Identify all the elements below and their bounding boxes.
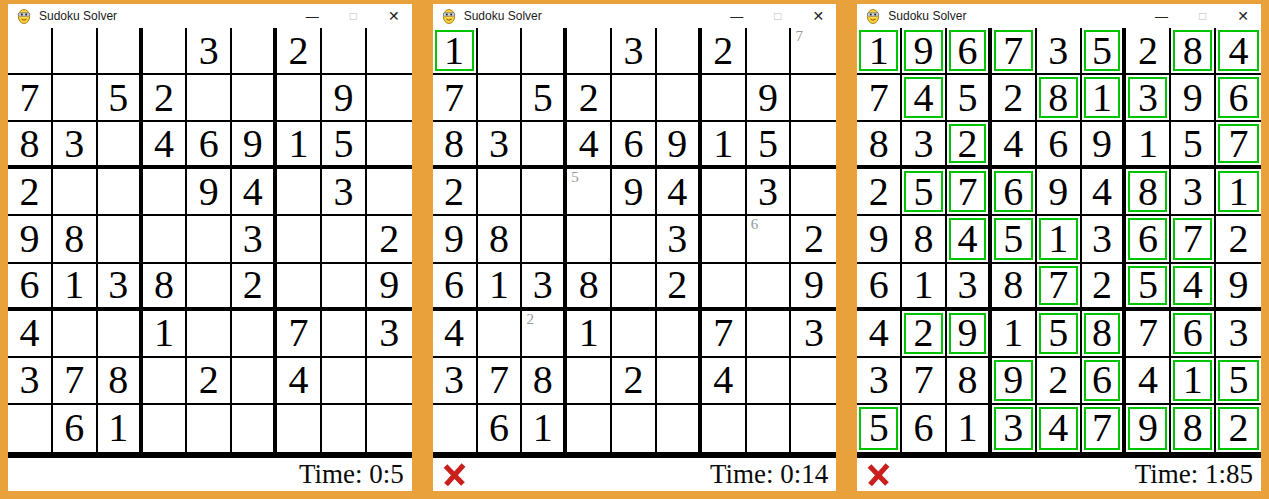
cell-r4c8[interactable]: 3	[322, 169, 367, 216]
cell-r8c3[interactable]: 8	[522, 358, 567, 405]
cell-digit: 7	[1183, 219, 1203, 259]
app-window-1: Sudoku Solver — □ ✕ 32752983469152943983…	[8, 4, 412, 491]
cell-r8c6[interactable]: 6	[1082, 358, 1127, 405]
cell-r7c8[interactable]	[747, 311, 792, 358]
cell-r8c6[interactable]	[657, 358, 702, 405]
cell-r9c3[interactable]: 1	[98, 405, 143, 452]
cell-r2c9[interactable]: 6	[1216, 75, 1261, 122]
cell-r6c3[interactable]: 3	[98, 264, 143, 311]
cell-r3c8[interactable]: 5	[747, 122, 792, 169]
cell-r6c8[interactable]	[747, 264, 792, 311]
cell-r8c7[interactable]: 4	[1126, 358, 1171, 405]
cell-r5c5[interactable]: 1	[1037, 216, 1082, 263]
cell-r5c8[interactable]: 7	[1171, 216, 1216, 263]
cell-r2c7[interactable]	[702, 75, 747, 122]
cell-digit: 2	[804, 219, 824, 259]
cell-r1c7[interactable]: 2	[1126, 28, 1171, 75]
cell-r1c4[interactable]: 7	[992, 28, 1037, 75]
cell-digit: 6	[444, 265, 464, 305]
cell-r3c2[interactable]: 3	[478, 122, 523, 169]
cell-digit: 3	[444, 360, 464, 400]
cell-r7c3[interactable]: 9	[947, 311, 992, 358]
cell-r2c6[interactable]	[657, 75, 702, 122]
cell-r7c3[interactable]	[98, 311, 143, 358]
cell-r6c2[interactable]: 1	[478, 264, 523, 311]
cell-digit: 5	[914, 172, 934, 212]
cell-r2c9[interactable]	[367, 75, 412, 122]
cell-r2c5[interactable]	[612, 75, 657, 122]
cell-r2c9[interactable]	[791, 75, 836, 122]
cell-r5c3[interactable]: 4	[947, 216, 992, 263]
cell-r2c6[interactable]	[232, 75, 277, 122]
cell-r8c8[interactable]	[322, 358, 367, 405]
cell-r2c3[interactable]: 5	[522, 75, 567, 122]
cell-r2c8[interactable]: 9	[747, 75, 792, 122]
cell-r5c2[interactable]: 8	[53, 216, 98, 263]
cell-r9c9[interactable]	[367, 405, 412, 452]
cell-r7c1[interactable]: 4	[8, 311, 53, 358]
cell-r5c5[interactable]	[612, 216, 657, 263]
cell-r9c2[interactable]: 6	[53, 405, 98, 452]
cell-r4c7[interactable]	[702, 169, 747, 216]
cell-r8c6[interactable]	[232, 358, 277, 405]
cell-r8c5[interactable]: 2	[187, 358, 232, 405]
cell-r8c1[interactable]: 3	[433, 358, 478, 405]
cell-r4c6[interactable]: 4	[232, 169, 277, 216]
cell-r6c9[interactable]: 9	[791, 264, 836, 311]
cell-r3c3[interactable]	[98, 122, 143, 169]
titlebar[interactable]: Sudoku Solver — □ ✕	[857, 4, 1261, 28]
cell-r3c8[interactable]: 5	[322, 122, 367, 169]
cell-r6c6[interactable]: 2	[1082, 264, 1127, 311]
cell-r2c4[interactable]: 2	[567, 75, 612, 122]
minimize-button[interactable]: —	[306, 10, 319, 23]
cell-r2c2[interactable]	[478, 75, 523, 122]
cell-r8c1[interactable]: 3	[8, 358, 53, 405]
cell-r5c1[interactable]: 9	[8, 216, 53, 263]
cell-r1c9[interactable]: 7	[791, 28, 836, 75]
cell-r5c1[interactable]: 9	[433, 216, 478, 263]
cell-r1c6[interactable]	[232, 28, 277, 75]
cell-r2c8[interactable]: 9	[1171, 75, 1216, 122]
cell-r4c2[interactable]	[478, 169, 523, 216]
cell-r4c4[interactable]: 5	[567, 169, 612, 216]
cell-r3c4[interactable]: 4	[143, 122, 188, 169]
cell-r1c4[interactable]	[567, 28, 612, 75]
cell-r9c7[interactable]	[277, 405, 322, 452]
cell-digit: 4	[957, 219, 977, 259]
cell-r5c4[interactable]: 5	[992, 216, 1037, 263]
cell-r4c3[interactable]	[522, 169, 567, 216]
cell-r9c5[interactable]	[187, 405, 232, 452]
cell-r1c1[interactable]	[8, 28, 53, 75]
cell-r9c8[interactable]	[322, 405, 367, 452]
cell-digit: 8	[1003, 265, 1023, 305]
cell-r2c7[interactable]: 3	[1126, 75, 1171, 122]
cell-r7c1[interactable]: 4	[433, 311, 478, 358]
cell-r5c9[interactable]: 2	[791, 216, 836, 263]
cell-r9c2[interactable]: 6	[902, 405, 947, 452]
cell-r7c7[interactable]: 7	[1126, 311, 1171, 358]
cell-r7c4[interactable]: 1	[567, 311, 612, 358]
cell-r2c1[interactable]: 7	[857, 75, 902, 122]
cell-r8c8[interactable]	[747, 358, 792, 405]
cell-r4c1[interactable]: 2	[433, 169, 478, 216]
cell-r7c7[interactable]: 7	[702, 311, 747, 358]
cell-r4c6[interactable]: 4	[1082, 169, 1127, 216]
cell-r4c8[interactable]: 3	[747, 169, 792, 216]
window-title: Sudoku Solver	[464, 9, 542, 23]
cell-r4c3[interactable]: 7	[947, 169, 992, 216]
cell-r4c7[interactable]	[277, 169, 322, 216]
cell-digit: 6	[624, 124, 644, 164]
cell-r3c7[interactable]: 1	[1126, 122, 1171, 169]
cell-r6c7[interactable]	[702, 264, 747, 311]
status-bar: Time: 0:5	[8, 458, 412, 491]
cell-digit: 6	[957, 31, 977, 71]
cell-r2c7[interactable]	[277, 75, 322, 122]
cell-digit: 3	[1003, 408, 1023, 448]
cell-r9c3[interactable]: 1	[522, 405, 567, 452]
cell-r3c3[interactable]	[522, 122, 567, 169]
cell-r9c6[interactable]	[232, 405, 277, 452]
cell-r1c6[interactable]: 5	[1082, 28, 1127, 75]
cell-r7c2[interactable]	[478, 311, 523, 358]
cell-r5c6[interactable]: 3	[657, 216, 702, 263]
cell-r8c7[interactable]: 4	[277, 358, 322, 405]
cell-digit: 6	[1003, 172, 1023, 212]
cell-digit: 3	[19, 360, 39, 400]
cell-r5c7[interactable]	[277, 216, 322, 263]
cell-digit: 9	[379, 265, 399, 305]
cell-r3c1[interactable]: 8	[433, 122, 478, 169]
cell-r3c9[interactable]	[367, 122, 412, 169]
cell-r7c3[interactable]: 2	[522, 311, 567, 358]
cell-digit: 3	[1229, 313, 1249, 353]
cell-r5c7[interactable]	[702, 216, 747, 263]
cell-r4c4[interactable]	[143, 169, 188, 216]
cell-r1c3[interactable]: 6	[947, 28, 992, 75]
cell-r1c2[interactable]	[53, 28, 98, 75]
cell-r8c2[interactable]: 7	[478, 358, 523, 405]
cell-digit: 9	[804, 265, 824, 305]
cell-r6c1[interactable]: 6	[433, 264, 478, 311]
cell-r2c1[interactable]: 7	[433, 75, 478, 122]
cell-r4c3[interactable]	[98, 169, 143, 216]
close-button[interactable]: ✕	[1237, 9, 1249, 23]
cell-digit: 5	[1183, 124, 1203, 164]
cell-r3c3[interactable]: 2	[947, 122, 992, 169]
cell-r8c3[interactable]: 8	[98, 358, 143, 405]
cell-r7c4[interactable]: 1	[992, 311, 1037, 358]
cell-r3c6[interactable]: 9	[232, 122, 277, 169]
cell-r3c4[interactable]: 4	[567, 122, 612, 169]
cell-r6c6[interactable]: 2	[657, 264, 702, 311]
cell-r6c2[interactable]: 1	[53, 264, 98, 311]
cell-r6c1[interactable]: 6	[8, 264, 53, 311]
cell-r5c8[interactable]	[322, 216, 367, 263]
cell-r8c8[interactable]: 1	[1171, 358, 1216, 405]
cell-digit: 5	[1048, 313, 1068, 353]
cell-r9c1[interactable]: 5	[857, 405, 902, 452]
cell-r6c5[interactable]	[612, 264, 657, 311]
cell-r3c2[interactable]: 3	[53, 122, 98, 169]
cell-r5c9[interactable]: 2	[1216, 216, 1261, 263]
cell-r1c9[interactable]: 4	[1216, 28, 1261, 75]
cell-r4c2[interactable]: 5	[902, 169, 947, 216]
cell-r3c5[interactable]: 6	[612, 122, 657, 169]
cell-r2c5[interactable]: 8	[1037, 75, 1082, 122]
close-button[interactable]: ✕	[813, 9, 825, 23]
cell-r9c1[interactable]	[8, 405, 53, 452]
cell-r9c8[interactable]: 8	[1171, 405, 1216, 452]
cell-r3c6[interactable]: 9	[657, 122, 702, 169]
cell-r6c7[interactable]	[277, 264, 322, 311]
cell-r7c7[interactable]: 7	[277, 311, 322, 358]
cell-r4c9[interactable]: 1	[1216, 169, 1261, 216]
cell-r5c6[interactable]: 3	[232, 216, 277, 263]
cell-r2c4[interactable]: 2	[992, 75, 1037, 122]
cell-r5c8[interactable]: 6	[747, 216, 792, 263]
cell-r9c6[interactable]: 7	[1082, 405, 1127, 452]
cell-r1c2[interactable]	[478, 28, 523, 75]
cell-r9c6[interactable]	[657, 405, 702, 452]
cell-digit: 7	[713, 313, 733, 353]
cell-r1c1[interactable]: 1	[857, 28, 902, 75]
cell-r9c4[interactable]	[567, 405, 612, 452]
cell-r7c2[interactable]	[53, 311, 98, 358]
maximize-button[interactable]: □	[350, 10, 357, 22]
cell-r2c1[interactable]: 7	[8, 75, 53, 122]
cell-r4c9[interactable]	[791, 169, 836, 216]
cell-digit: 2	[1229, 219, 1249, 259]
cell-r7c9[interactable]: 3	[791, 311, 836, 358]
minimize-button[interactable]: —	[730, 10, 743, 23]
cell-r7c5[interactable]: 5	[1037, 311, 1082, 358]
cell-r1c3[interactable]	[98, 28, 143, 75]
cell-digit: 8	[19, 124, 39, 164]
cell-r7c6[interactable]	[232, 311, 277, 358]
cell-r9c8[interactable]	[747, 405, 792, 452]
cell-r9c3[interactable]: 1	[947, 405, 992, 452]
cell-digit: 3	[1138, 78, 1158, 118]
cell-r9c5[interactable]: 4	[1037, 405, 1082, 452]
cell-r1c9[interactable]	[367, 28, 412, 75]
cell-r2c2[interactable]	[53, 75, 98, 122]
cell-r3c5[interactable]: 6	[187, 122, 232, 169]
cell-r6c5[interactable]: 7	[1037, 264, 1082, 311]
cell-r4c5[interactable]: 9	[1037, 169, 1082, 216]
cell-r4c7[interactable]: 8	[1126, 169, 1171, 216]
window-title: Sudoku Solver	[39, 9, 117, 23]
cell-digit: 4	[1229, 31, 1249, 71]
cell-digit: 1	[579, 313, 599, 353]
cell-r1c7[interactable]: 2	[702, 28, 747, 75]
cell-r6c5[interactable]	[187, 264, 232, 311]
cell-r4c4[interactable]: 6	[992, 169, 1037, 216]
cell-r9c4[interactable]: 3	[992, 405, 1037, 452]
cell-r8c3[interactable]: 8	[947, 358, 992, 405]
cell-r6c4[interactable]: 8	[143, 264, 188, 311]
cell-r4c2[interactable]	[53, 169, 98, 216]
cell-r1c5[interactable]: 3	[187, 28, 232, 75]
cell-r8c4[interactable]	[143, 358, 188, 405]
cell-r9c1[interactable]	[433, 405, 478, 452]
cell-r1c1[interactable]: 1	[433, 28, 478, 75]
cell-r7c8[interactable]	[322, 311, 367, 358]
cell-r4c8[interactable]: 3	[1171, 169, 1216, 216]
cell-digit: 8	[914, 219, 934, 259]
cell-digit: 7	[289, 313, 309, 353]
cell-r3c1[interactable]: 8	[857, 122, 902, 169]
cell-digit: 1	[64, 265, 84, 305]
cell-r4c1[interactable]: 2	[857, 169, 902, 216]
cell-r1c2[interactable]: 9	[902, 28, 947, 75]
cell-r1c8[interactable]	[747, 28, 792, 75]
cell-r1c7[interactable]: 2	[277, 28, 322, 75]
cell-r1c3[interactable]	[522, 28, 567, 75]
cell-r8c5[interactable]: 2	[612, 358, 657, 405]
cell-r8c4[interactable]	[567, 358, 612, 405]
cell-r4c5[interactable]: 9	[612, 169, 657, 216]
cell-digit: 1	[444, 31, 464, 71]
cell-r1c5[interactable]: 3	[612, 28, 657, 75]
cell-r9c7[interactable]	[702, 405, 747, 452]
cell-r8c5[interactable]: 2	[1037, 358, 1082, 405]
cell-r1c8[interactable]	[322, 28, 367, 75]
cell-digit: 3	[1183, 172, 1203, 212]
cell-r2c3[interactable]: 5	[98, 75, 143, 122]
cell-digit: 1	[289, 124, 309, 164]
cell-r2c3[interactable]: 5	[947, 75, 992, 122]
cell-r9c5[interactable]	[612, 405, 657, 452]
cell-r6c2[interactable]: 1	[902, 264, 947, 311]
cell-r6c8[interactable]: 4	[1171, 264, 1216, 311]
cell-digit: 6	[869, 265, 889, 305]
cell-r8c9[interactable]	[791, 358, 836, 405]
cell-r5c9[interactable]: 2	[367, 216, 412, 263]
titlebar[interactable]: Sudoku Solver — □ ✕	[433, 4, 837, 28]
cell-r8c2[interactable]: 7	[902, 358, 947, 405]
cell-r9c9[interactable]	[791, 405, 836, 452]
cell-r3c2[interactable]: 3	[902, 122, 947, 169]
cell-r2c8[interactable]: 9	[322, 75, 367, 122]
cell-r1c6[interactable]	[657, 28, 702, 75]
cell-r5c4[interactable]	[567, 216, 612, 263]
cell-r1c5[interactable]: 3	[1037, 28, 1082, 75]
cell-r8c7[interactable]: 4	[702, 358, 747, 405]
cell-r8c9[interactable]: 5	[1216, 358, 1261, 405]
cell-r7c5[interactable]	[612, 311, 657, 358]
titlebar[interactable]: Sudoku Solver — □ ✕	[8, 4, 412, 28]
app-window-2: Sudoku Solver — □ ✕ 13277529834691525943…	[433, 4, 837, 491]
cell-r3c7[interactable]: 1	[702, 122, 747, 169]
cell-r9c2[interactable]: 6	[478, 405, 523, 452]
cell-r7c9[interactable]: 3	[367, 311, 412, 358]
cell-r7c8[interactable]: 6	[1171, 311, 1216, 358]
cell-digit: 2	[957, 124, 977, 164]
cell-digit: 8	[64, 219, 84, 259]
cell-r3c5[interactable]: 6	[1037, 122, 1082, 169]
window-controls: — □ ✕	[730, 9, 824, 23]
cell-r6c9[interactable]: 9	[1216, 264, 1261, 311]
cell-r1c4[interactable]	[143, 28, 188, 75]
cell-digit: 4	[289, 360, 309, 400]
cell-r5c2[interactable]: 8	[902, 216, 947, 263]
cell-r7c5[interactable]	[187, 311, 232, 358]
cell-r2c5[interactable]	[187, 75, 232, 122]
cell-r3c1[interactable]: 8	[8, 122, 53, 169]
cell-r3c9[interactable]: 7	[1216, 122, 1261, 169]
cell-r6c8[interactable]	[322, 264, 367, 311]
cell-r4c5[interactable]: 9	[187, 169, 232, 216]
cell-r8c4[interactable]: 9	[992, 358, 1037, 405]
maximize-button[interactable]: □	[1199, 10, 1206, 22]
cell-r6c3[interactable]: 3	[522, 264, 567, 311]
cell-r8c9[interactable]	[367, 358, 412, 405]
cell-r3c6[interactable]: 9	[1082, 122, 1127, 169]
cell-r5c5[interactable]	[187, 216, 232, 263]
cell-r5c1[interactable]: 9	[857, 216, 902, 263]
cell-r2c4[interactable]: 2	[143, 75, 188, 122]
cell-r5c2[interactable]: 8	[478, 216, 523, 263]
cell-r6c4[interactable]: 8	[567, 264, 612, 311]
cell-r4c9[interactable]	[367, 169, 412, 216]
cell-r2c6[interactable]: 1	[1082, 75, 1127, 122]
cell-r7c9[interactable]: 3	[1216, 311, 1261, 358]
cell-r2c2[interactable]: 4	[902, 75, 947, 122]
cell-r8c2[interactable]: 7	[53, 358, 98, 405]
close-button[interactable]: ✕	[388, 9, 400, 23]
cell-r6c7[interactable]: 5	[1126, 264, 1171, 311]
timer-label: Time: 0:5	[299, 459, 404, 490]
cell-r4c1[interactable]: 2	[8, 169, 53, 216]
cell-digit: 3	[489, 124, 509, 164]
minimize-button[interactable]: —	[1155, 10, 1168, 23]
cell-r7c4[interactable]: 1	[143, 311, 188, 358]
cell-r3c8[interactable]: 5	[1171, 122, 1216, 169]
cell-digit: 2	[19, 172, 39, 212]
cell-r6c4[interactable]: 8	[992, 264, 1037, 311]
cell-r7c2[interactable]: 2	[902, 311, 947, 358]
cell-r9c9[interactable]: 2	[1216, 405, 1261, 452]
cell-digit: 2	[1229, 408, 1249, 448]
cell-r5c4[interactable]	[143, 216, 188, 263]
cell-digit: 9	[1003, 360, 1023, 400]
cell-r5c7[interactable]: 6	[1126, 216, 1171, 263]
cell-r3c9[interactable]	[791, 122, 836, 169]
cell-r9c7[interactable]: 9	[1126, 405, 1171, 452]
cell-r7c6[interactable]	[657, 311, 702, 358]
cell-r3c7[interactable]: 1	[277, 122, 322, 169]
cell-digit: 5	[1003, 219, 1023, 259]
cell-r5c6[interactable]: 3	[1082, 216, 1127, 263]
cell-r3c4[interactable]: 4	[992, 122, 1037, 169]
cell-r6c3[interactable]: 3	[947, 264, 992, 311]
cell-r5c3[interactable]	[98, 216, 143, 263]
cell-r7c6[interactable]: 8	[1082, 311, 1127, 358]
cell-r7c1[interactable]: 4	[857, 311, 902, 358]
cell-r5c3[interactable]	[522, 216, 567, 263]
cell-r6c6[interactable]: 2	[232, 264, 277, 311]
cell-r1c8[interactable]: 8	[1171, 28, 1216, 75]
cell-r9c4[interactable]	[143, 405, 188, 452]
cell-r6c9[interactable]: 9	[367, 264, 412, 311]
cell-r6c1[interactable]: 6	[857, 264, 902, 311]
cell-r8c1[interactable]: 3	[857, 358, 902, 405]
maximize-button[interactable]: □	[774, 10, 781, 22]
cell-r4c6[interactable]: 4	[657, 169, 702, 216]
